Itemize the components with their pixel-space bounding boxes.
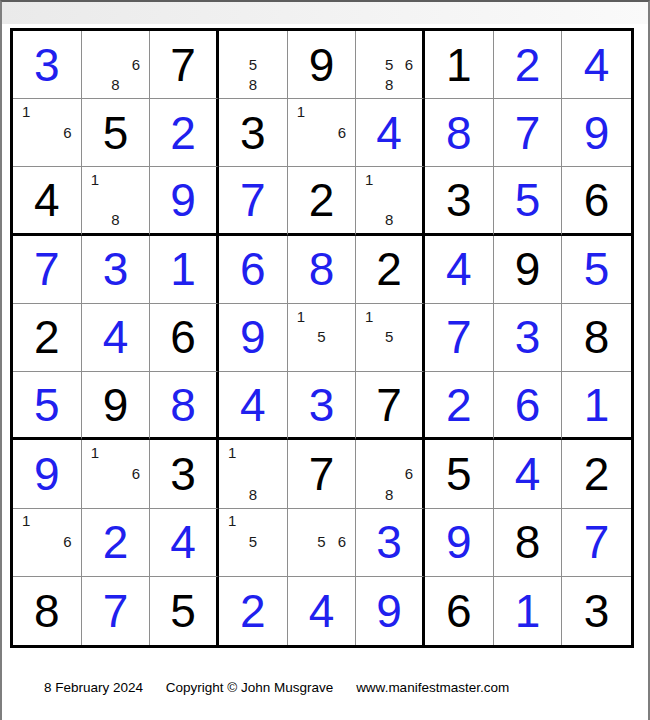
entered-digit: 7	[34, 246, 60, 292]
candidate-digit: 1	[291, 306, 312, 327]
empty-candidate-slot	[126, 210, 147, 230]
empty-candidate-slot	[263, 74, 284, 95]
grid-cell-r8c1[interactable]: 16	[13, 509, 82, 577]
grid-cell-r9c8[interactable]: 1	[494, 577, 563, 645]
candidate-digit: 6	[399, 54, 419, 75]
entered-digit: 2	[446, 382, 472, 428]
empty-candidate-slot	[359, 54, 379, 75]
entered-digit: 9	[240, 314, 266, 360]
footer-copyright: Copyright © John Musgrave	[166, 680, 334, 695]
empty-candidate-slot	[37, 101, 58, 122]
empty-candidate-slot	[332, 347, 353, 368]
entered-digit: 4	[376, 110, 402, 156]
given-digit: 8	[515, 519, 541, 565]
candidate-digit: 8	[379, 210, 399, 230]
grid-cell-r6c2[interactable]: 9	[82, 372, 151, 440]
grid-cell-r1c6[interactable]: 568	[356, 31, 425, 99]
candidate-digit: 1	[222, 511, 243, 532]
entered-digit: 2	[240, 588, 266, 634]
candidate-digit: 1	[85, 169, 106, 189]
given-digit: 9	[103, 382, 129, 428]
empty-candidate-slot	[16, 531, 37, 552]
empty-candidate-slot	[359, 484, 379, 505]
empty-candidate-slot	[332, 552, 353, 573]
grid-cell-r2c7[interactable]: 8	[425, 99, 494, 167]
window-header-strip	[2, 2, 648, 24]
entered-digit: 7	[515, 110, 541, 156]
given-digit: 5	[170, 588, 196, 634]
given-digit: 3	[584, 588, 610, 634]
entered-digit: 2	[103, 519, 129, 565]
entered-digit: 9	[584, 110, 610, 156]
grid-cell-r6c1[interactable]: 5	[13, 372, 82, 440]
given-digit: 9	[515, 246, 541, 292]
candidate-digit: 6	[126, 54, 147, 75]
grid-cell-r6c3[interactable]: 8	[150, 372, 219, 440]
given-digit: 2	[309, 177, 335, 223]
empty-candidate-slot	[222, 552, 243, 573]
candidate-digit: 1	[291, 101, 312, 122]
grid-cell-r2c1[interactable]: 16	[13, 99, 82, 167]
candidate-digit: 8	[105, 74, 126, 95]
grid-cell-r2c8[interactable]: 7	[494, 99, 563, 167]
empty-candidate-slot	[16, 122, 37, 143]
empty-candidate-slot	[291, 143, 312, 164]
empty-candidate-slot	[399, 347, 419, 368]
empty-candidate-slot	[126, 484, 147, 505]
empty-candidate-slot	[399, 442, 419, 463]
pencil-marks: 15	[359, 306, 419, 368]
given-digit: 7	[309, 451, 335, 497]
empty-candidate-slot	[311, 306, 332, 327]
pencil-marks: 68	[85, 33, 147, 95]
grid-cell-r7c2[interactable]: 16	[82, 440, 151, 508]
entered-digit: 4	[103, 314, 129, 360]
empty-candidate-slot	[243, 511, 264, 532]
candidate-digit: 5	[379, 54, 399, 75]
entered-digit: 2	[170, 110, 196, 156]
empty-candidate-slot	[399, 169, 419, 189]
grid-cell-r3c2[interactable]: 18	[82, 167, 151, 235]
grid-cell-r4c6[interactable]: 2	[356, 236, 425, 304]
empty-candidate-slot	[311, 347, 332, 368]
empty-candidate-slot	[105, 190, 126, 210]
grid-cell-r7c6[interactable]: 68	[356, 440, 425, 508]
entered-digit: 5	[34, 382, 60, 428]
empty-candidate-slot	[85, 210, 106, 230]
pencil-marks: 58	[222, 33, 284, 95]
empty-candidate-slot	[57, 101, 78, 122]
empty-candidate-slot	[263, 442, 284, 463]
grid-cell-r3c8[interactable]: 5	[494, 167, 563, 235]
entered-digit: 1	[515, 588, 541, 634]
empty-candidate-slot	[379, 190, 399, 210]
empty-candidate-slot	[379, 347, 399, 368]
grid-cell-r8c4[interactable]: 15	[219, 509, 288, 577]
grid-cell-r8c6[interactable]: 3	[356, 509, 425, 577]
empty-candidate-slot	[311, 511, 332, 532]
given-digit: 1	[446, 42, 472, 88]
empty-candidate-slot	[399, 74, 419, 95]
grid-cell-r6c9[interactable]: 1	[562, 372, 631, 440]
grid-cell-r5c3[interactable]: 6	[150, 304, 219, 372]
pencil-marks: 16	[16, 101, 78, 163]
empty-candidate-slot	[222, 531, 243, 552]
empty-candidate-slot	[311, 122, 332, 143]
grid-cell-r7c9[interactable]: 2	[562, 440, 631, 508]
empty-candidate-slot	[379, 306, 399, 327]
grid-cell-r4c8[interactable]: 9	[494, 236, 563, 304]
footer-date: 8 February 2024	[44, 680, 143, 695]
entered-digit: 3	[34, 42, 60, 88]
grid-cell-r9c6[interactable]: 9	[356, 577, 425, 645]
entered-digit: 4	[170, 519, 196, 565]
grid-cell-r8c9[interactable]: 7	[562, 509, 631, 577]
grid-cell-r5c2[interactable]: 4	[82, 304, 151, 372]
candidate-digit: 6	[332, 531, 353, 552]
candidate-digit: 8	[243, 74, 264, 95]
puzzle-window: 3687589568124165231648794189721835673168…	[0, 0, 650, 720]
pencil-marks: 15	[291, 306, 353, 368]
entered-digit: 2	[515, 42, 541, 88]
empty-candidate-slot	[85, 463, 106, 484]
grid-cell-r2c2[interactable]: 5	[82, 99, 151, 167]
empty-candidate-slot	[126, 74, 147, 95]
grid-cell-r7c3[interactable]: 3	[150, 440, 219, 508]
grid-cell-r6c6[interactable]: 7	[356, 372, 425, 440]
candidate-digit: 6	[399, 463, 419, 484]
empty-candidate-slot	[126, 442, 147, 463]
grid-cell-r1c5[interactable]: 9	[288, 31, 357, 99]
empty-candidate-slot	[379, 442, 399, 463]
grid-cell-r5c4[interactable]: 9	[219, 304, 288, 372]
empty-candidate-slot	[359, 347, 379, 368]
grid-cell-r3c4[interactable]: 7	[219, 167, 288, 235]
candidate-digit: 1	[85, 442, 106, 463]
given-digit: 5	[103, 110, 129, 156]
entered-digit: 5	[584, 246, 610, 292]
empty-candidate-slot	[379, 33, 399, 54]
empty-candidate-slot	[126, 190, 147, 210]
empty-candidate-slot	[332, 511, 353, 532]
empty-candidate-slot	[222, 74, 243, 95]
empty-candidate-slot	[57, 511, 78, 532]
empty-candidate-slot	[105, 169, 126, 189]
grid-cell-r4c7[interactable]: 4	[425, 236, 494, 304]
empty-candidate-slot	[243, 463, 264, 484]
entered-digit: 6	[515, 382, 541, 428]
given-digit: 2	[376, 246, 402, 292]
entered-digit: 9	[170, 177, 196, 223]
grid-cell-r2c9[interactable]: 9	[562, 99, 631, 167]
grid-cell-r6c8[interactable]: 6	[494, 372, 563, 440]
empty-candidate-slot	[126, 169, 147, 189]
empty-candidate-slot	[105, 463, 126, 484]
empty-candidate-slot	[37, 552, 58, 573]
empty-candidate-slot	[105, 442, 126, 463]
grid-cell-r9c3[interactable]: 5	[150, 577, 219, 645]
entered-digit: 7	[103, 588, 129, 634]
grid-cell-r5c5[interactable]: 15	[288, 304, 357, 372]
empty-candidate-slot	[399, 190, 419, 210]
grid-cell-r7c8[interactable]: 4	[494, 440, 563, 508]
empty-candidate-slot	[332, 327, 353, 348]
empty-candidate-slot	[105, 484, 126, 505]
empty-candidate-slot	[222, 33, 243, 54]
grid-cell-r4c3[interactable]: 1	[150, 236, 219, 304]
entered-digit: 8	[309, 246, 335, 292]
empty-candidate-slot	[359, 33, 379, 54]
grid-cell-r8c2[interactable]: 2	[82, 509, 151, 577]
grid-cell-r7c5[interactable]: 7	[288, 440, 357, 508]
grid-cell-r3c7[interactable]: 3	[425, 167, 494, 235]
footer: 8 February 2024 Copyright © John Musgrav…	[44, 680, 509, 695]
grid-cell-r3c3[interactable]: 9	[150, 167, 219, 235]
empty-candidate-slot	[263, 552, 284, 573]
grid-cell-r8c8[interactable]: 8	[494, 509, 563, 577]
empty-candidate-slot	[311, 101, 332, 122]
candidate-digit: 5	[243, 531, 264, 552]
grid-cell-r9c9[interactable]: 3	[562, 577, 631, 645]
empty-candidate-slot	[291, 122, 312, 143]
given-digit: 5	[446, 451, 472, 497]
grid-cell-r7c4[interactable]: 18	[219, 440, 288, 508]
empty-candidate-slot	[359, 74, 379, 95]
empty-candidate-slot	[85, 190, 106, 210]
candidate-digit: 6	[57, 122, 78, 143]
grid-cell-r6c5[interactable]: 3	[288, 372, 357, 440]
pencil-marks: 16	[16, 511, 78, 573]
given-digit: 6	[170, 314, 196, 360]
grid-cell-r3c9[interactable]: 6	[562, 167, 631, 235]
grid-cell-r2c4[interactable]: 3	[219, 99, 288, 167]
empty-candidate-slot	[16, 143, 37, 164]
entered-digit: 1	[584, 382, 610, 428]
empty-candidate-slot	[311, 552, 332, 573]
sudoku-board: 3687589568124165231648794189721835673168…	[10, 28, 634, 648]
empty-candidate-slot	[399, 33, 419, 54]
entered-digit: 8	[170, 382, 196, 428]
empty-candidate-slot	[311, 143, 332, 164]
entered-digit: 4	[515, 451, 541, 497]
empty-candidate-slot	[263, 531, 284, 552]
entered-digit: 7	[446, 314, 472, 360]
grid-cell-r1c9[interactable]: 4	[562, 31, 631, 99]
candidate-digit: 1	[16, 101, 37, 122]
given-digit: 2	[584, 451, 610, 497]
empty-candidate-slot	[399, 306, 419, 327]
grid-cell-r3c6[interactable]: 18	[356, 167, 425, 235]
candidate-digit: 1	[16, 511, 37, 532]
empty-candidate-slot	[263, 511, 284, 532]
empty-candidate-slot	[243, 552, 264, 573]
entered-digit: 1	[170, 246, 196, 292]
grid-cell-r5c9[interactable]: 8	[562, 304, 631, 372]
grid-cell-r4c5[interactable]: 8	[288, 236, 357, 304]
entered-digit: 4	[240, 382, 266, 428]
candidate-digit: 6	[126, 463, 147, 484]
pencil-marks: 568	[359, 33, 419, 95]
grid-cell-r9c2[interactable]: 7	[82, 577, 151, 645]
given-digit: 4	[34, 177, 60, 223]
grid-cell-r6c7[interactable]: 2	[425, 372, 494, 440]
grid-cell-r1c4[interactable]: 58	[219, 31, 288, 99]
candidate-digit: 1	[222, 442, 243, 463]
empty-candidate-slot	[263, 33, 284, 54]
empty-candidate-slot	[85, 54, 106, 75]
empty-candidate-slot	[222, 463, 243, 484]
grid-cell-r9c5[interactable]: 4	[288, 577, 357, 645]
entered-digit: 8	[446, 110, 472, 156]
candidate-digit: 8	[379, 74, 399, 95]
given-digit: 6	[446, 588, 472, 634]
grid-cell-r9c4[interactable]: 2	[219, 577, 288, 645]
empty-candidate-slot	[379, 169, 399, 189]
entered-digit: 7	[584, 519, 610, 565]
entered-digit: 3	[376, 519, 402, 565]
given-digit: 7	[170, 42, 196, 88]
grid-cell-r1c3[interactable]: 7	[150, 31, 219, 99]
pencil-marks: 18	[359, 169, 419, 229]
empty-candidate-slot	[291, 552, 312, 573]
given-digit: 8	[34, 588, 60, 634]
entered-digit: 9	[376, 588, 402, 634]
empty-candidate-slot	[379, 463, 399, 484]
empty-candidate-slot	[16, 552, 37, 573]
entered-digit: 3	[309, 382, 335, 428]
empty-candidate-slot	[85, 484, 106, 505]
empty-candidate-slot	[263, 463, 284, 484]
grid-cell-r1c1[interactable]: 3	[13, 31, 82, 99]
grid-cell-r4c9[interactable]: 5	[562, 236, 631, 304]
candidate-digit: 6	[332, 122, 353, 143]
empty-candidate-slot	[105, 33, 126, 54]
grid-cell-r8c5[interactable]: 56	[288, 509, 357, 577]
entered-digit: 3	[103, 246, 129, 292]
candidate-digit: 1	[359, 306, 379, 327]
candidate-digit: 5	[379, 327, 399, 348]
given-digit: 7	[376, 382, 402, 428]
empty-candidate-slot	[126, 33, 147, 54]
grid-cell-r2c6[interactable]: 4	[356, 99, 425, 167]
empty-candidate-slot	[332, 101, 353, 122]
empty-candidate-slot	[105, 54, 126, 75]
grid-cell-r3c5[interactable]: 2	[288, 167, 357, 235]
entered-digit: 9	[446, 519, 472, 565]
candidate-digit: 1	[359, 169, 379, 189]
grid-cell-r4c2[interactable]: 3	[82, 236, 151, 304]
grid-cell-r9c1[interactable]: 8	[13, 577, 82, 645]
empty-candidate-slot	[399, 327, 419, 348]
candidate-digit: 6	[57, 531, 78, 552]
empty-candidate-slot	[243, 33, 264, 54]
empty-candidate-slot	[332, 143, 353, 164]
candidate-digit: 8	[105, 210, 126, 230]
empty-candidate-slot	[359, 463, 379, 484]
entered-digit: 7	[240, 177, 266, 223]
pencil-marks: 15	[222, 511, 284, 573]
empty-candidate-slot	[291, 511, 312, 532]
empty-candidate-slot	[291, 327, 312, 348]
empty-candidate-slot	[57, 143, 78, 164]
empty-candidate-slot	[37, 511, 58, 532]
candidate-digit: 8	[243, 484, 264, 505]
given-digit: 3	[170, 451, 196, 497]
entered-digit: 4	[309, 588, 335, 634]
grid-cell-r4c4[interactable]: 6	[219, 236, 288, 304]
empty-candidate-slot	[359, 327, 379, 348]
empty-candidate-slot	[332, 306, 353, 327]
grid-cell-r5c7[interactable]: 7	[425, 304, 494, 372]
empty-candidate-slot	[85, 74, 106, 95]
candidate-digit: 5	[311, 531, 332, 552]
entered-digit: 3	[515, 314, 541, 360]
grid-cell-r2c5[interactable]: 16	[288, 99, 357, 167]
empty-candidate-slot	[37, 143, 58, 164]
pencil-marks: 56	[291, 511, 353, 573]
empty-candidate-slot	[399, 210, 419, 230]
empty-candidate-slot	[37, 122, 58, 143]
given-digit: 8	[584, 314, 610, 360]
given-digit: 3	[446, 177, 472, 223]
empty-candidate-slot	[222, 484, 243, 505]
given-digit: 9	[309, 42, 335, 88]
given-digit: 2	[34, 314, 60, 360]
grid-cell-r5c8[interactable]: 3	[494, 304, 563, 372]
grid-cell-r5c6[interactable]: 15	[356, 304, 425, 372]
grid-cell-r7c1[interactable]: 9	[13, 440, 82, 508]
footer-website: www.manifestmaster.com	[356, 680, 509, 695]
grid-cell-r1c2[interactable]: 68	[82, 31, 151, 99]
grid-cell-r4c1[interactable]: 7	[13, 236, 82, 304]
grid-cell-r8c3[interactable]: 4	[150, 509, 219, 577]
pencil-marks: 16	[291, 101, 353, 163]
entered-digit: 9	[34, 451, 60, 497]
grid-cell-r2c3[interactable]: 2	[150, 99, 219, 167]
empty-candidate-slot	[57, 552, 78, 573]
empty-candidate-slot	[222, 54, 243, 75]
entered-digit: 5	[515, 177, 541, 223]
grid-cell-r6c4[interactable]: 4	[219, 372, 288, 440]
empty-candidate-slot	[85, 33, 106, 54]
grid-cell-r1c7[interactable]: 1	[425, 31, 494, 99]
empty-candidate-slot	[359, 210, 379, 230]
empty-candidate-slot	[291, 531, 312, 552]
grid-cell-r1c8[interactable]: 2	[494, 31, 563, 99]
given-digit: 3	[240, 110, 266, 156]
entered-digit: 4	[446, 246, 472, 292]
grid-cell-r8c7[interactable]: 9	[425, 509, 494, 577]
candidate-digit: 5	[311, 327, 332, 348]
empty-candidate-slot	[291, 347, 312, 368]
empty-candidate-slot	[263, 54, 284, 75]
empty-candidate-slot	[37, 531, 58, 552]
grid-cell-r5c1[interactable]: 2	[13, 304, 82, 372]
empty-candidate-slot	[243, 442, 264, 463]
grid-cell-r3c1[interactable]: 4	[13, 167, 82, 235]
grid-cell-r7c7[interactable]: 5	[425, 440, 494, 508]
grid-cell-r9c7[interactable]: 6	[425, 577, 494, 645]
candidate-digit: 8	[379, 484, 399, 505]
empty-candidate-slot	[263, 484, 284, 505]
empty-candidate-slot	[399, 484, 419, 505]
given-digit: 6	[584, 177, 610, 223]
pencil-marks: 68	[359, 442, 419, 504]
empty-candidate-slot	[359, 190, 379, 210]
pencil-marks: 16	[85, 442, 147, 504]
pencil-marks: 18	[85, 169, 147, 229]
candidate-digit: 5	[243, 54, 264, 75]
